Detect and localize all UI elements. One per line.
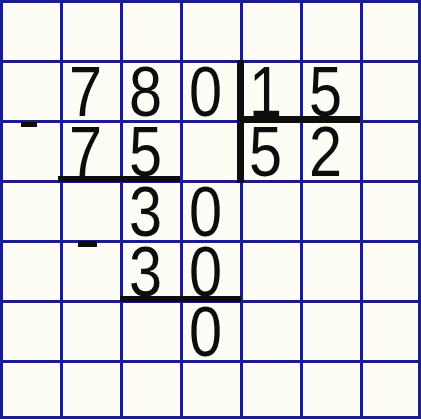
digit: 0 xyxy=(189,307,222,357)
digit: 5 xyxy=(309,67,342,117)
digit: 5 xyxy=(249,127,282,177)
grid-cell xyxy=(60,360,120,419)
grid-cell xyxy=(300,180,360,240)
grid-cell: 7 xyxy=(60,60,120,120)
grid-cell xyxy=(0,180,60,240)
grid-cell xyxy=(0,240,60,300)
grid-cell xyxy=(180,0,240,60)
grid-cell: 8 xyxy=(120,60,180,120)
grid-cell: 5 xyxy=(120,120,180,180)
grid-cell xyxy=(300,300,360,360)
digit: 5 xyxy=(129,127,162,177)
minus-sign-step1 xyxy=(21,122,37,127)
grid-cell xyxy=(240,0,300,60)
grid-cell: 7 xyxy=(60,120,120,180)
grid-cell xyxy=(300,360,360,419)
grid-cell xyxy=(0,120,60,180)
digit: 7 xyxy=(69,67,102,117)
digit: 2 xyxy=(309,127,342,177)
grid-cell xyxy=(120,300,180,360)
grid-cell: 0 xyxy=(180,240,240,300)
minus-sign-step2 xyxy=(78,241,97,247)
subtraction-line-2 xyxy=(120,296,241,302)
grid-cell: 5 xyxy=(300,60,360,120)
grid-cell xyxy=(0,0,60,60)
grid-cell xyxy=(240,300,300,360)
grid-cell xyxy=(360,300,420,360)
grid-cell xyxy=(180,360,240,419)
grid-cell xyxy=(360,180,420,240)
graph-paper-grid: 78015755230300 xyxy=(0,0,420,419)
grid-cell xyxy=(360,60,420,120)
grid-cell xyxy=(240,360,300,419)
grid-cell xyxy=(0,300,60,360)
grid-cell: 0 xyxy=(180,180,240,240)
grid-cell xyxy=(60,300,120,360)
digit: 8 xyxy=(129,67,162,117)
grid-cell xyxy=(360,120,420,180)
grid-cell xyxy=(300,240,360,300)
grid-cell xyxy=(60,180,120,240)
grid-cell: 3 xyxy=(120,240,180,300)
grid-cell: 0 xyxy=(180,60,240,120)
grid-cell xyxy=(0,60,60,120)
grid-cell: 1 xyxy=(240,60,300,120)
grid-cell xyxy=(300,0,360,60)
grid-cell xyxy=(60,0,120,60)
divisor-underline xyxy=(240,116,360,123)
grid-cell xyxy=(120,360,180,419)
grid-cell xyxy=(360,0,420,60)
digit: 0 xyxy=(189,67,222,117)
grid-cell xyxy=(240,240,300,300)
digit: 1 xyxy=(249,67,282,117)
grid-cell: 0 xyxy=(180,300,240,360)
digit: 0 xyxy=(189,247,222,297)
division-worksheet: 78015755230300 xyxy=(0,0,421,419)
grid-cell xyxy=(0,360,60,419)
grid-cell xyxy=(60,240,120,300)
grid-cell: 3 xyxy=(120,180,180,240)
grid-cell xyxy=(240,180,300,240)
grid-cell xyxy=(360,360,420,419)
grid-cell: 2 xyxy=(300,120,360,180)
subtraction-line-1 xyxy=(58,176,180,182)
digit: 3 xyxy=(129,247,162,297)
digit: 3 xyxy=(129,187,162,237)
digit: 0 xyxy=(189,187,222,237)
grid-cell: 5 xyxy=(240,120,300,180)
grid-cell xyxy=(120,0,180,60)
digit: 7 xyxy=(69,127,102,177)
grid-cell xyxy=(180,120,240,180)
grid-cell xyxy=(360,240,420,300)
